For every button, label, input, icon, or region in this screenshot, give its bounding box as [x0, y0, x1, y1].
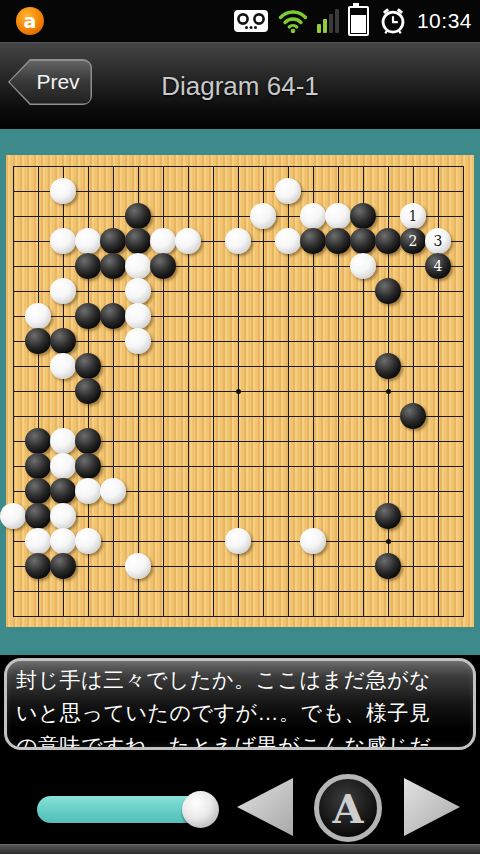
white-stone	[325, 203, 351, 229]
white-stone	[300, 203, 326, 229]
wifi-icon	[278, 8, 308, 34]
battery-icon	[348, 6, 369, 36]
commentary-line: いと思っていたのですが…。でも、様子見	[7, 694, 473, 727]
white-stone	[75, 228, 101, 254]
black-stone: 4	[425, 253, 451, 279]
white-stone	[125, 553, 151, 579]
white-stone	[250, 203, 276, 229]
board-frame: 1234	[0, 129, 480, 655]
white-stone	[125, 278, 151, 304]
black-stone	[75, 453, 101, 479]
white-stone	[75, 528, 101, 554]
header: Prev Diagram 64-1	[0, 42, 480, 130]
white-stone	[50, 428, 76, 454]
app-icon: a	[16, 7, 44, 35]
white-stone	[125, 328, 151, 354]
black-stone	[100, 303, 126, 329]
white-stone	[50, 178, 76, 204]
black-stone	[25, 478, 51, 504]
white-stone	[150, 228, 176, 254]
star-point	[236, 389, 241, 394]
white-stone	[275, 228, 301, 254]
black-stone	[325, 228, 351, 254]
commentary-line: 封じ手は三々でしたか。ここはまだ急がな	[7, 661, 473, 694]
white-stone	[0, 503, 26, 529]
voicemail-icon	[233, 8, 269, 34]
white-stone	[50, 228, 76, 254]
black-stone	[300, 228, 326, 254]
black-stone	[375, 503, 401, 529]
white-stone	[175, 228, 201, 254]
black-stone: 2	[400, 228, 426, 254]
black-stone	[75, 428, 101, 454]
black-stone	[350, 228, 376, 254]
white-stone	[25, 303, 51, 329]
white-stone	[50, 503, 76, 529]
black-stone	[375, 228, 401, 254]
black-stone	[25, 428, 51, 454]
black-stone	[375, 353, 401, 379]
prev-button[interactable]: Prev	[8, 59, 92, 105]
black-stone	[75, 303, 101, 329]
white-stone	[225, 528, 251, 554]
black-stone	[50, 328, 76, 354]
white-stone	[125, 303, 151, 329]
black-stone	[375, 278, 401, 304]
black-stone	[50, 553, 76, 579]
white-stone	[25, 528, 51, 554]
next-move-button[interactable]	[404, 778, 460, 836]
black-stone	[25, 453, 51, 479]
black-stone	[150, 253, 176, 279]
prev-button-label: Prev	[36, 70, 79, 94]
black-stone	[75, 378, 101, 404]
black-stone	[25, 553, 51, 579]
slider-thumb[interactable]	[182, 791, 219, 828]
white-stone: 1	[400, 203, 426, 229]
bottom-bar	[0, 844, 480, 854]
black-stone	[350, 203, 376, 229]
controls-bar: A	[0, 750, 480, 845]
black-stone	[100, 253, 126, 279]
white-stone	[300, 528, 326, 554]
commentary-line: の意味ですね。たとえば黒がこんな感じだ	[7, 727, 473, 750]
black-stone	[400, 403, 426, 429]
go-board: 1234	[6, 155, 474, 627]
signal-icon	[317, 9, 339, 33]
black-stone	[100, 228, 126, 254]
commentary-box: 封じ手は三々でしたか。ここはまだ急がな いと思っていたのですが…。でも、様子見 …	[4, 658, 476, 750]
white-stone	[50, 528, 76, 554]
autoplay-button-label: A	[332, 785, 363, 832]
white-stone	[50, 353, 76, 379]
white-stone	[350, 253, 376, 279]
white-stone	[225, 228, 251, 254]
white-stone	[75, 478, 101, 504]
star-point	[386, 389, 391, 394]
autoplay-button[interactable]: A	[314, 774, 382, 842]
status-bar: a 10:34	[0, 0, 480, 42]
black-stone	[125, 203, 151, 229]
black-stone	[75, 353, 101, 379]
white-stone	[50, 453, 76, 479]
prev-move-button[interactable]	[237, 778, 293, 836]
white-stone	[125, 253, 151, 279]
white-stone	[100, 478, 126, 504]
black-stone	[75, 253, 101, 279]
board-grid: 1234	[13, 166, 464, 617]
black-stone	[50, 478, 76, 504]
star-point	[386, 539, 391, 544]
clock-time: 10:34	[417, 9, 472, 33]
white-stone: 3	[425, 228, 451, 254]
black-stone	[125, 228, 151, 254]
black-stone	[25, 503, 51, 529]
alarm-clock-icon	[378, 6, 408, 36]
black-stone	[375, 553, 401, 579]
white-stone	[275, 178, 301, 204]
black-stone	[25, 328, 51, 354]
white-stone	[50, 278, 76, 304]
